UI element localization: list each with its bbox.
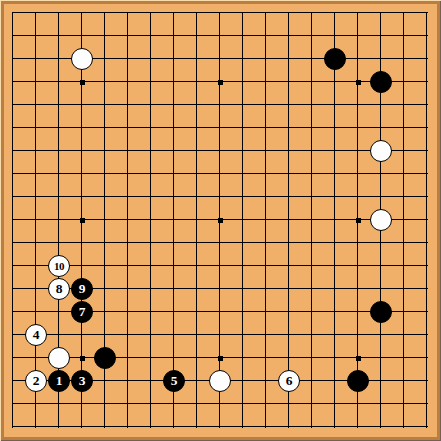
black-stone[interactable] — [347, 370, 369, 392]
move-number: 8 — [56, 282, 63, 296]
star-point — [356, 80, 361, 85]
star-point — [356, 356, 361, 361]
black-stone[interactable] — [324, 48, 346, 70]
white-stone[interactable] — [48, 347, 70, 369]
white-stone-move-2[interactable]: 2 — [25, 370, 47, 392]
star-point — [218, 218, 223, 223]
move-number: 1 — [56, 374, 63, 388]
move-number: 7 — [79, 305, 86, 319]
black-stone-move-3[interactable]: 3 — [71, 370, 93, 392]
white-stone[interactable] — [370, 209, 392, 231]
star-point — [80, 80, 85, 85]
black-stone-move-9[interactable]: 9 — [71, 278, 93, 300]
star-point — [218, 80, 223, 85]
white-stone-move-6[interactable]: 6 — [278, 370, 300, 392]
star-point — [80, 356, 85, 361]
move-number: 2 — [33, 374, 40, 388]
white-stone-move-10[interactable]: 10 — [48, 255, 70, 277]
move-number: 4 — [33, 328, 40, 342]
black-stone[interactable] — [94, 347, 116, 369]
star-point — [80, 218, 85, 223]
move-number: 6 — [286, 374, 293, 388]
move-number: 10 — [54, 261, 64, 272]
go-board[interactable]: 10897421356 — [0, 0, 441, 441]
move-number: 9 — [79, 282, 86, 296]
black-stone[interactable] — [370, 71, 392, 93]
white-stone[interactable] — [71, 48, 93, 70]
white-stone-move-4[interactable]: 4 — [25, 324, 47, 346]
black-stone-move-5[interactable]: 5 — [163, 370, 185, 392]
black-stone-move-1[interactable]: 1 — [48, 370, 70, 392]
move-number: 3 — [79, 374, 86, 388]
white-stone-move-8[interactable]: 8 — [48, 278, 70, 300]
star-point — [356, 218, 361, 223]
move-number: 5 — [171, 374, 178, 388]
star-point — [218, 356, 223, 361]
black-stone[interactable] — [370, 301, 392, 323]
white-stone[interactable] — [209, 370, 231, 392]
black-stone-move-7[interactable]: 7 — [71, 301, 93, 323]
white-stone[interactable] — [370, 140, 392, 162]
